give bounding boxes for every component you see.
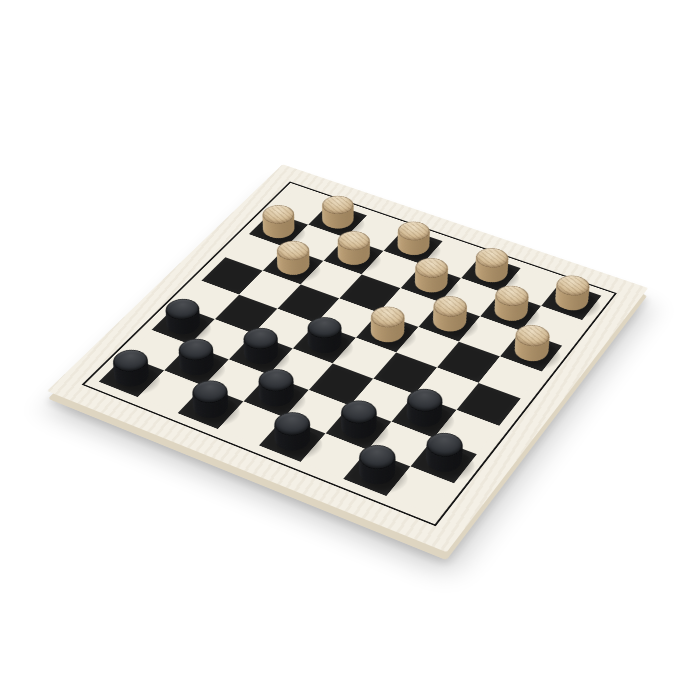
checker-piece-dark[interactable]	[108, 361, 155, 391]
scene	[0, 0, 700, 700]
photo-background	[0, 0, 700, 700]
checkers-board	[47, 164, 648, 552]
board-surface	[47, 164, 648, 552]
board-grid	[99, 190, 602, 513]
